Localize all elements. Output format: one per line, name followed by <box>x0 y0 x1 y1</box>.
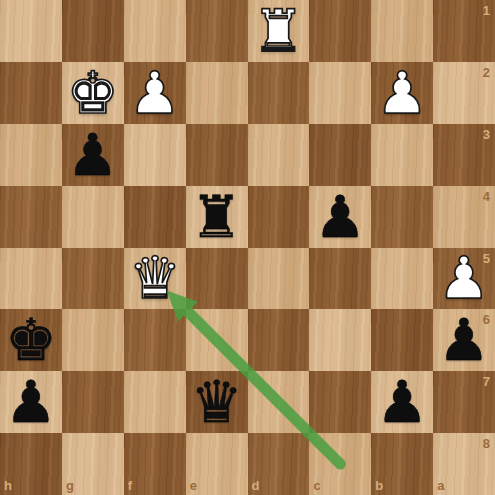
square-f6[interactable] <box>124 309 186 371</box>
square-c2[interactable] <box>309 62 371 124</box>
black-queen[interactable]: ♛ <box>186 371 248 433</box>
white-rook[interactable]: ♜ <box>248 0 310 62</box>
square-f2[interactable]: ♟ <box>124 62 186 124</box>
square-a1[interactable]: 1 <box>433 0 495 62</box>
square-d7[interactable] <box>248 371 310 433</box>
square-f4[interactable] <box>124 186 186 248</box>
square-g5[interactable] <box>62 248 124 310</box>
square-b1[interactable] <box>371 0 433 62</box>
rank-label-2: 2 <box>483 65 490 80</box>
black-pawn[interactable]: ♟ <box>62 124 124 186</box>
square-d6[interactable] <box>248 309 310 371</box>
black-king[interactable]: ♚ <box>0 309 62 371</box>
square-a8[interactable]: a8 <box>433 433 495 495</box>
file-label-h: h <box>4 478 12 493</box>
square-b5[interactable] <box>371 248 433 310</box>
square-c8[interactable]: c <box>309 433 371 495</box>
square-e3[interactable] <box>186 124 248 186</box>
square-d5[interactable] <box>248 248 310 310</box>
square-c5[interactable] <box>309 248 371 310</box>
square-d2[interactable] <box>248 62 310 124</box>
square-e2[interactable] <box>186 62 248 124</box>
square-b7[interactable]: ♟ <box>371 371 433 433</box>
white-pawn[interactable]: ♟ <box>371 62 433 124</box>
square-a3[interactable]: 3 <box>433 124 495 186</box>
square-h3[interactable] <box>0 124 62 186</box>
square-h2[interactable] <box>0 62 62 124</box>
black-rook[interactable]: ♜ <box>186 186 248 248</box>
file-label-a: a <box>437 478 444 493</box>
square-e8[interactable]: e <box>186 433 248 495</box>
file-label-d: d <box>252 478 260 493</box>
square-g1[interactable] <box>62 0 124 62</box>
square-a2[interactable]: 2 <box>433 62 495 124</box>
square-f8[interactable]: f <box>124 433 186 495</box>
black-pawn[interactable]: ♟ <box>309 186 371 248</box>
square-g3[interactable]: ♟ <box>62 124 124 186</box>
square-c3[interactable] <box>309 124 371 186</box>
square-a6[interactable]: 6♟ <box>433 309 495 371</box>
square-c4[interactable]: ♟ <box>309 186 371 248</box>
file-label-g: g <box>66 478 74 493</box>
file-label-e: e <box>190 478 197 493</box>
square-g6[interactable] <box>62 309 124 371</box>
square-b4[interactable] <box>371 186 433 248</box>
white-pawn[interactable]: ♟ <box>433 248 495 310</box>
square-a4[interactable]: 4 <box>433 186 495 248</box>
square-f3[interactable] <box>124 124 186 186</box>
square-h7[interactable]: ♟ <box>0 371 62 433</box>
square-d3[interactable] <box>248 124 310 186</box>
black-pawn[interactable]: ♟ <box>433 309 495 371</box>
square-f1[interactable] <box>124 0 186 62</box>
file-label-c: c <box>313 478 320 493</box>
square-h6[interactable]: ♚ <box>0 309 62 371</box>
square-d1[interactable]: ♜ <box>248 0 310 62</box>
square-e6[interactable] <box>186 309 248 371</box>
white-king[interactable]: ♚ <box>62 62 124 124</box>
white-queen[interactable]: ♛ <box>124 248 186 310</box>
square-b6[interactable] <box>371 309 433 371</box>
rank-label-1: 1 <box>483 3 490 18</box>
rank-label-7: 7 <box>483 374 490 389</box>
square-d4[interactable] <box>248 186 310 248</box>
file-label-f: f <box>128 478 132 493</box>
black-pawn[interactable]: ♟ <box>371 371 433 433</box>
square-g2[interactable]: ♚ <box>62 62 124 124</box>
square-h8[interactable]: h <box>0 433 62 495</box>
chess-board: ♜1♚♟♟2♟3♜♟4♛5♟♚6♟♟♛♟7hgfedcba8 <box>0 0 495 495</box>
square-h5[interactable] <box>0 248 62 310</box>
square-b8[interactable]: b <box>371 433 433 495</box>
square-b2[interactable]: ♟ <box>371 62 433 124</box>
rank-label-8: 8 <box>483 436 490 451</box>
square-e5[interactable] <box>186 248 248 310</box>
black-pawn[interactable]: ♟ <box>0 371 62 433</box>
rank-label-4: 4 <box>483 189 490 204</box>
square-c7[interactable] <box>309 371 371 433</box>
square-c6[interactable] <box>309 309 371 371</box>
square-h4[interactable] <box>0 186 62 248</box>
square-h1[interactable] <box>0 0 62 62</box>
square-a7[interactable]: 7 <box>433 371 495 433</box>
square-g8[interactable]: g <box>62 433 124 495</box>
square-f5[interactable]: ♛ <box>124 248 186 310</box>
square-a5[interactable]: 5♟ <box>433 248 495 310</box>
square-e4[interactable]: ♜ <box>186 186 248 248</box>
square-f7[interactable] <box>124 371 186 433</box>
square-b3[interactable] <box>371 124 433 186</box>
square-g4[interactable] <box>62 186 124 248</box>
file-label-b: b <box>375 478 383 493</box>
square-e7[interactable]: ♛ <box>186 371 248 433</box>
square-c1[interactable] <box>309 0 371 62</box>
white-pawn[interactable]: ♟ <box>124 62 186 124</box>
square-g7[interactable] <box>62 371 124 433</box>
square-e1[interactable] <box>186 0 248 62</box>
rank-label-3: 3 <box>483 127 490 142</box>
square-d8[interactable]: d <box>248 433 310 495</box>
